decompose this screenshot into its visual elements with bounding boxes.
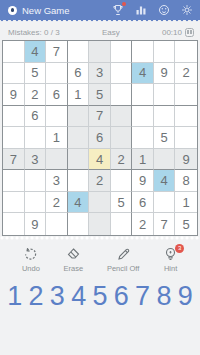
cell-r1c9[interactable] <box>175 41 197 63</box>
cell-r9c1[interactable] <box>3 213 25 235</box>
cell-r3c6[interactable] <box>111 84 133 106</box>
undo-icon <box>23 247 38 262</box>
new-game-button[interactable]: New Game <box>8 5 70 16</box>
status-bar: Mistakes: 0 / 3 Easy 00:10 <box>0 24 200 40</box>
pencil-button[interactable]: Pencil Off <box>107 247 139 273</box>
cell-r9c8[interactable]: 7 <box>154 213 176 235</box>
cell-r7c5[interactable]: 2 <box>89 170 111 192</box>
trophy-notification-dot <box>122 2 126 6</box>
cell-r5c2[interactable] <box>25 127 47 149</box>
cell-r4c2[interactable]: 6 <box>25 106 47 128</box>
cell-r6c4[interactable] <box>68 149 90 171</box>
cell-r7c3[interactable]: 3 <box>46 170 68 192</box>
cell-r5c6[interactable] <box>111 127 133 149</box>
cell-r8c5[interactable] <box>89 192 111 214</box>
cell-r2c2[interactable]: 5 <box>25 63 47 85</box>
cell-r7c7[interactable]: 9 <box>132 170 154 192</box>
cell-r9c2[interactable]: 9 <box>25 213 47 235</box>
cell-r3c7[interactable] <box>132 84 154 106</box>
cell-r9c6[interactable] <box>111 213 133 235</box>
cell-r6c2[interactable]: 3 <box>25 149 47 171</box>
cell-r2c5[interactable]: 3 <box>89 63 111 85</box>
number-pad: 123456789 <box>0 277 200 315</box>
cell-r8c6[interactable]: 5 <box>111 192 133 214</box>
cell-r7c2[interactable] <box>25 170 47 192</box>
cell-r7c4[interactable] <box>68 170 90 192</box>
cell-r9c3[interactable] <box>46 213 68 235</box>
top-bar: New Game <box>0 0 200 20</box>
cell-r1c5[interactable] <box>89 41 111 63</box>
trophy-icon[interactable] <box>112 4 124 16</box>
cell-r5c4[interactable] <box>68 127 90 149</box>
numpad-key-7[interactable]: 7 <box>135 283 150 310</box>
cell-r2c9[interactable]: 2 <box>175 63 197 85</box>
cell-r7c9[interactable]: 8 <box>175 170 197 192</box>
eraser-icon <box>66 247 81 262</box>
timer-wrap: 00:10 <box>162 28 194 37</box>
cell-r5c5[interactable]: 6 <box>89 127 111 149</box>
cell-r3c5[interactable]: 5 <box>89 84 111 106</box>
cell-r4c5[interactable]: 7 <box>89 106 111 128</box>
cell-r4c9[interactable] <box>175 106 197 128</box>
cell-r5c9[interactable] <box>175 127 197 149</box>
cell-r2c1[interactable] <box>3 63 25 85</box>
cell-r2c7[interactable]: 4 <box>132 63 154 85</box>
cell-r4c1[interactable] <box>3 106 25 128</box>
cell-r1c2[interactable]: 4 <box>25 41 47 63</box>
cell-r1c7[interactable] <box>132 41 154 63</box>
theme-icon[interactable] <box>158 4 170 16</box>
cell-r8c8[interactable] <box>154 192 176 214</box>
cell-r2c6[interactable] <box>111 63 133 85</box>
cell-r7c6[interactable] <box>111 170 133 192</box>
cell-r7c1[interactable] <box>3 170 25 192</box>
numpad-key-8[interactable]: 8 <box>156 283 171 310</box>
cell-r6c3[interactable] <box>46 149 68 171</box>
mistakes-counter: Mistakes: 0 / 3 <box>8 28 60 37</box>
cell-r3c9[interactable] <box>175 84 197 106</box>
sudoku-board: 47563492926156716573421932948245619275 <box>2 40 198 236</box>
stats-icon[interactable] <box>135 4 147 16</box>
cell-r6c6[interactable]: 2 <box>111 149 133 171</box>
pencil-icon <box>116 247 131 262</box>
cell-r1c4[interactable] <box>68 41 90 63</box>
cell-r1c3[interactable]: 7 <box>46 41 68 63</box>
cell-r1c1[interactable] <box>3 41 25 63</box>
record-icon <box>8 6 17 15</box>
cell-r6c7[interactable]: 1 <box>132 149 154 171</box>
topbar-icons <box>112 4 193 16</box>
hint-button[interactable]: 3 Hint <box>163 247 178 273</box>
cell-r2c4[interactable]: 6 <box>68 63 90 85</box>
cell-r8c2[interactable] <box>25 192 47 214</box>
timer-value: 00:10 <box>162 28 182 37</box>
numpad-key-4[interactable]: 4 <box>71 283 86 310</box>
numpad-key-6[interactable]: 6 <box>114 283 129 310</box>
cell-r7c8[interactable]: 4 <box>154 170 176 192</box>
undo-label: Undo <box>22 264 40 273</box>
cell-r1c6[interactable] <box>111 41 133 63</box>
cell-r3c4[interactable]: 1 <box>68 84 90 106</box>
numpad-key-2[interactable]: 2 <box>28 283 43 310</box>
hint-badge: 3 <box>175 244 184 253</box>
hint-label: Hint <box>164 264 177 273</box>
cell-r8c1[interactable] <box>3 192 25 214</box>
settings-icon[interactable] <box>181 4 193 16</box>
cell-r4c4[interactable] <box>68 106 90 128</box>
cell-r4c3[interactable] <box>46 106 68 128</box>
cell-r9c5[interactable] <box>89 213 111 235</box>
pencil-label: Pencil Off <box>107 264 139 273</box>
cell-r2c8[interactable]: 9 <box>154 63 176 85</box>
cell-r4c8[interactable] <box>154 106 176 128</box>
cell-r3c2[interactable]: 2 <box>25 84 47 106</box>
cell-r6c5[interactable]: 4 <box>89 149 111 171</box>
toolbar: Undo Erase Pencil Off 3 Hint <box>0 243 200 277</box>
cell-r5c1[interactable] <box>3 127 25 149</box>
cell-r3c8[interactable] <box>154 84 176 106</box>
cell-r4c6[interactable] <box>111 106 133 128</box>
cell-r6c9[interactable]: 9 <box>175 149 197 171</box>
cell-r3c1[interactable]: 9 <box>3 84 25 106</box>
cell-r9c7[interactable]: 2 <box>132 213 154 235</box>
cell-r2c3[interactable] <box>46 63 68 85</box>
cell-r6c8[interactable] <box>154 149 176 171</box>
numpad-key-1[interactable]: 1 <box>7 283 22 310</box>
cell-r8c4[interactable]: 4 <box>68 192 90 214</box>
cell-r8c7[interactable]: 6 <box>132 192 154 214</box>
cell-r9c4[interactable] <box>68 213 90 235</box>
erase-label: Erase <box>64 264 84 273</box>
pause-button[interactable] <box>185 28 194 37</box>
numpad-key-5[interactable]: 5 <box>92 283 107 310</box>
cell-r5c8[interactable]: 5 <box>154 127 176 149</box>
new-game-label: New Game <box>22 5 70 16</box>
cell-r8c3[interactable]: 2 <box>46 192 68 214</box>
perforated-edge-bottom <box>0 236 200 243</box>
undo-button[interactable]: Undo <box>22 247 40 273</box>
erase-button[interactable]: Erase <box>64 247 84 273</box>
cell-r6c1[interactable]: 7 <box>3 149 25 171</box>
cell-r3c3[interactable]: 6 <box>46 84 68 106</box>
numpad-key-9[interactable]: 9 <box>178 283 193 310</box>
cell-r5c3[interactable]: 1 <box>46 127 68 149</box>
cell-r4c7[interactable] <box>132 106 154 128</box>
cell-r8c9[interactable]: 1 <box>175 192 197 214</box>
cell-r9c9[interactable]: 5 <box>175 213 197 235</box>
difficulty-label[interactable]: Easy <box>102 28 120 37</box>
cell-r5c7[interactable] <box>132 127 154 149</box>
numpad-key-3[interactable]: 3 <box>50 283 65 310</box>
cell-r1c8[interactable] <box>154 41 176 63</box>
bulb-icon: 3 <box>163 247 178 262</box>
